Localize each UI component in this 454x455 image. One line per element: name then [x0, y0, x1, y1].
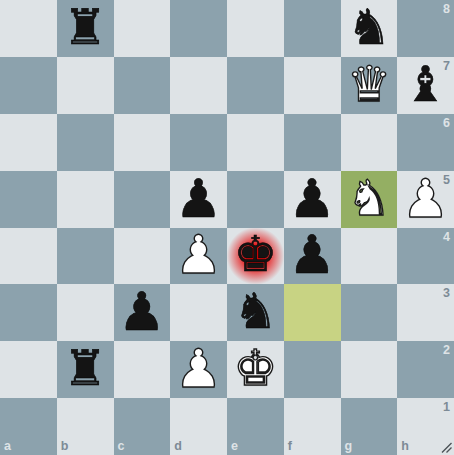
square-g7[interactable]: ♛	[341, 57, 398, 114]
file-label-b: b	[61, 440, 69, 453]
black-knight[interactable]: ♞	[341, 0, 398, 56]
square-b3[interactable]	[57, 284, 114, 341]
square-b5[interactable]	[57, 171, 114, 228]
rank-label-6: 6	[443, 117, 450, 130]
white-pawn[interactable]: ♟	[397, 170, 454, 227]
rank-label-3: 3	[443, 287, 450, 300]
square-f4[interactable]: ♟	[284, 228, 341, 285]
file-label-h: h	[401, 440, 409, 453]
square-d4[interactable]: ♟	[170, 228, 227, 285]
square-g8[interactable]: ♞	[341, 0, 398, 57]
square-f8[interactable]	[284, 0, 341, 57]
square-c1[interactable]: c	[114, 398, 171, 455]
square-d1[interactable]: d	[170, 398, 227, 455]
white-pawn[interactable]: ♟	[170, 227, 227, 284]
file-label-g: g	[345, 440, 353, 453]
square-g3[interactable]	[341, 284, 398, 341]
square-d8[interactable]	[170, 0, 227, 57]
square-e8[interactable]	[227, 0, 284, 57]
white-queen[interactable]: ♛	[341, 56, 398, 113]
square-h4[interactable]: 4	[397, 228, 454, 285]
square-e7[interactable]	[227, 57, 284, 114]
square-e5[interactable]	[227, 171, 284, 228]
square-f3[interactable]	[284, 284, 341, 341]
square-h2[interactable]: 2	[397, 341, 454, 398]
square-g2[interactable]	[341, 341, 398, 398]
square-g4[interactable]	[341, 228, 398, 285]
square-c4[interactable]	[114, 228, 171, 285]
square-c8[interactable]	[114, 0, 171, 57]
square-f1[interactable]: f	[284, 398, 341, 455]
black-rook[interactable]: ♜	[57, 340, 114, 397]
black-king[interactable]: ♚	[227, 227, 284, 284]
file-label-e: e	[231, 440, 238, 453]
white-knight[interactable]: ♞	[341, 170, 398, 227]
square-g6[interactable]	[341, 114, 398, 171]
square-g1[interactable]: g	[341, 398, 398, 455]
square-c2[interactable]	[114, 341, 171, 398]
square-h8[interactable]: 8	[397, 0, 454, 57]
black-rook[interactable]: ♜	[57, 0, 114, 56]
square-e3[interactable]: ♞	[227, 284, 284, 341]
file-label-f: f	[288, 440, 292, 453]
square-d2[interactable]: ♟	[170, 341, 227, 398]
square-d6[interactable]	[170, 114, 227, 171]
white-pawn[interactable]: ♟	[170, 340, 227, 397]
black-pawn[interactable]: ♟	[284, 170, 341, 227]
black-pawn[interactable]: ♟	[114, 283, 171, 340]
square-c3[interactable]: ♟	[114, 284, 171, 341]
file-label-c: c	[118, 440, 125, 453]
square-g5[interactable]: ♞	[341, 171, 398, 228]
square-c6[interactable]	[114, 114, 171, 171]
square-a2[interactable]	[0, 341, 57, 398]
chess-board: ♜♞8♛♝76♟♟♞♟5♟♚♟4♟♞3♜♟♚2abcdefgh1	[0, 0, 454, 455]
square-f5[interactable]: ♟	[284, 171, 341, 228]
square-b6[interactable]	[57, 114, 114, 171]
black-pawn[interactable]: ♟	[170, 170, 227, 227]
rank-label-2: 2	[443, 344, 450, 357]
square-d3[interactable]	[170, 284, 227, 341]
file-label-a: a	[4, 440, 11, 453]
square-f2[interactable]	[284, 341, 341, 398]
square-h5[interactable]: ♟5	[397, 171, 454, 228]
square-h7[interactable]: ♝7	[397, 57, 454, 114]
square-a3[interactable]	[0, 284, 57, 341]
square-a5[interactable]	[0, 171, 57, 228]
square-h3[interactable]: 3	[397, 284, 454, 341]
square-d7[interactable]	[170, 57, 227, 114]
square-h6[interactable]: 6	[397, 114, 454, 171]
square-a6[interactable]	[0, 114, 57, 171]
black-pawn[interactable]: ♟	[284, 227, 341, 284]
square-b8[interactable]: ♜	[57, 0, 114, 57]
square-b1[interactable]: b	[57, 398, 114, 455]
square-e4[interactable]: ♚	[227, 228, 284, 285]
rank-label-4: 4	[443, 231, 450, 244]
file-label-d: d	[174, 440, 182, 453]
resize-handle-icon[interactable]	[440, 441, 453, 454]
square-a7[interactable]	[0, 57, 57, 114]
black-bishop[interactable]: ♝	[397, 56, 454, 113]
square-c7[interactable]	[114, 57, 171, 114]
square-c5[interactable]	[114, 171, 171, 228]
square-e1[interactable]: e	[227, 398, 284, 455]
square-e6[interactable]	[227, 114, 284, 171]
square-a1[interactable]: a	[0, 398, 57, 455]
rank-label-1: 1	[443, 401, 450, 414]
white-king[interactable]: ♚	[227, 340, 284, 397]
square-a8[interactable]	[0, 0, 57, 57]
square-a4[interactable]	[0, 228, 57, 285]
square-b2[interactable]: ♜	[57, 341, 114, 398]
square-e2[interactable]: ♚	[227, 341, 284, 398]
square-b7[interactable]	[57, 57, 114, 114]
square-f6[interactable]	[284, 114, 341, 171]
square-b4[interactable]	[57, 228, 114, 285]
square-f7[interactable]	[284, 57, 341, 114]
rank-label-8: 8	[443, 3, 450, 16]
black-knight[interactable]: ♞	[227, 283, 284, 340]
square-d5[interactable]: ♟	[170, 171, 227, 228]
